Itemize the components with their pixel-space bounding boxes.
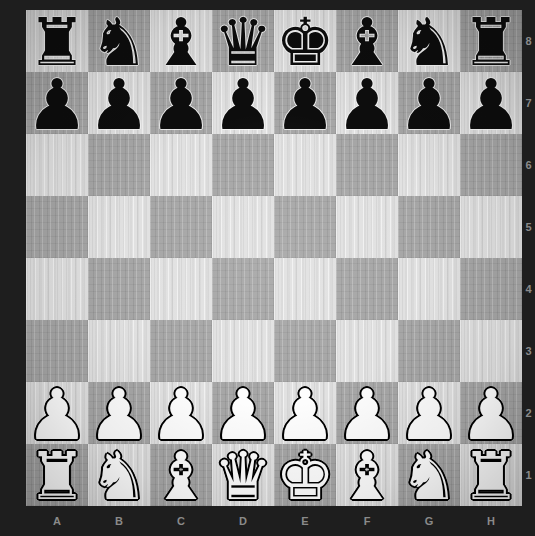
square-g5[interactable] xyxy=(398,196,460,258)
square-d1[interactable]: ♛ xyxy=(212,444,274,506)
white-bishop[interactable]: ♝ xyxy=(151,444,210,510)
square-e8[interactable]: ♚ xyxy=(274,10,336,72)
square-a3[interactable] xyxy=(26,320,88,382)
square-c5[interactable] xyxy=(150,196,212,258)
square-a8[interactable]: ♜ xyxy=(26,10,88,72)
square-d6[interactable] xyxy=(212,134,274,196)
square-f6[interactable] xyxy=(336,134,398,196)
square-f1[interactable]: ♝ xyxy=(336,444,398,506)
black-pawn[interactable]: ♟ xyxy=(398,70,461,140)
file-label-e: E xyxy=(274,506,336,536)
square-b7[interactable]: ♟ xyxy=(88,72,150,134)
file-label-b: B xyxy=(88,506,150,536)
rank-labels: 87654321 xyxy=(522,10,535,506)
square-b8[interactable]: ♞ xyxy=(88,10,150,72)
rank-label-8: 8 xyxy=(522,10,535,72)
rank-label-6: 6 xyxy=(522,134,535,196)
square-d2[interactable]: ♟ xyxy=(212,382,274,444)
square-h1[interactable]: ♜ xyxy=(460,444,522,506)
rank-label-7: 7 xyxy=(522,72,535,134)
black-pawn[interactable]: ♟ xyxy=(26,70,89,140)
square-d5[interactable] xyxy=(212,196,274,258)
square-h6[interactable] xyxy=(460,134,522,196)
square-h4[interactable] xyxy=(460,258,522,320)
chess-board: ♜♞♝♛♚♝♞♜♟♟♟♟♟♟♟♟♟♟♟♟♟♟♟♟♜♞♝♛♚♝♞♜ xyxy=(26,10,522,506)
square-f4[interactable] xyxy=(336,258,398,320)
rank-label-3: 3 xyxy=(522,320,535,382)
black-pawn[interactable]: ♟ xyxy=(88,70,151,140)
square-a1[interactable]: ♜ xyxy=(26,444,88,506)
chess-app: ♜♞♝♛♚♝♞♜♟♟♟♟♟♟♟♟♟♟♟♟♟♟♟♟♜♞♝♛♚♝♞♜ ABCDEFG… xyxy=(0,0,535,536)
file-label-d: D xyxy=(212,506,274,536)
square-e3[interactable] xyxy=(274,320,336,382)
square-g3[interactable] xyxy=(398,320,460,382)
square-h7[interactable]: ♟ xyxy=(460,72,522,134)
square-e1[interactable]: ♚ xyxy=(274,444,336,506)
square-f5[interactable] xyxy=(336,196,398,258)
square-g7[interactable]: ♟ xyxy=(398,72,460,134)
square-a7[interactable]: ♟ xyxy=(26,72,88,134)
white-queen[interactable]: ♛ xyxy=(213,444,272,510)
white-knight[interactable]: ♞ xyxy=(399,444,458,510)
square-g1[interactable]: ♞ xyxy=(398,444,460,506)
square-b4[interactable] xyxy=(88,258,150,320)
square-a6[interactable] xyxy=(26,134,88,196)
square-c2[interactable]: ♟ xyxy=(150,382,212,444)
square-f7[interactable]: ♟ xyxy=(336,72,398,134)
square-e4[interactable] xyxy=(274,258,336,320)
file-label-h: H xyxy=(460,506,522,536)
square-g8[interactable]: ♞ xyxy=(398,10,460,72)
black-pawn[interactable]: ♟ xyxy=(336,70,399,140)
square-c4[interactable] xyxy=(150,258,212,320)
white-rook[interactable]: ♜ xyxy=(461,444,520,510)
white-king[interactable]: ♚ xyxy=(275,444,334,510)
rank-label-5: 5 xyxy=(522,196,535,258)
rank-label-1: 1 xyxy=(522,444,535,506)
file-label-g: G xyxy=(398,506,460,536)
square-d7[interactable]: ♟ xyxy=(212,72,274,134)
square-c1[interactable]: ♝ xyxy=(150,444,212,506)
black-pawn[interactable]: ♟ xyxy=(150,70,213,140)
square-g4[interactable] xyxy=(398,258,460,320)
rank-label-2: 2 xyxy=(522,382,535,444)
square-b2[interactable]: ♟ xyxy=(88,382,150,444)
square-d8[interactable]: ♛ xyxy=(212,10,274,72)
square-g6[interactable] xyxy=(398,134,460,196)
square-a5[interactable] xyxy=(26,196,88,258)
white-rook[interactable]: ♜ xyxy=(27,444,86,510)
black-pawn[interactable]: ♟ xyxy=(460,70,523,140)
white-bishop[interactable]: ♝ xyxy=(337,444,396,510)
file-label-a: A xyxy=(26,506,88,536)
white-knight[interactable]: ♞ xyxy=(89,444,148,510)
square-h2[interactable]: ♟ xyxy=(460,382,522,444)
square-f8[interactable]: ♝ xyxy=(336,10,398,72)
black-pawn[interactable]: ♟ xyxy=(212,70,275,140)
square-b1[interactable]: ♞ xyxy=(88,444,150,506)
square-c3[interactable] xyxy=(150,320,212,382)
square-b3[interactable] xyxy=(88,320,150,382)
square-f2[interactable]: ♟ xyxy=(336,382,398,444)
square-a2[interactable]: ♟ xyxy=(26,382,88,444)
rank-label-4: 4 xyxy=(522,258,535,320)
square-c7[interactable]: ♟ xyxy=(150,72,212,134)
square-e5[interactable] xyxy=(274,196,336,258)
square-h8[interactable]: ♜ xyxy=(460,10,522,72)
file-label-c: C xyxy=(150,506,212,536)
square-d3[interactable] xyxy=(212,320,274,382)
square-e7[interactable]: ♟ xyxy=(274,72,336,134)
square-h5[interactable] xyxy=(460,196,522,258)
square-a4[interactable] xyxy=(26,258,88,320)
square-d4[interactable] xyxy=(212,258,274,320)
square-b6[interactable] xyxy=(88,134,150,196)
square-e2[interactable]: ♟ xyxy=(274,382,336,444)
black-pawn[interactable]: ♟ xyxy=(274,70,337,140)
square-f3[interactable] xyxy=(336,320,398,382)
square-g2[interactable]: ♟ xyxy=(398,382,460,444)
file-label-f: F xyxy=(336,506,398,536)
file-labels: ABCDEFGH xyxy=(26,506,522,536)
square-h3[interactable] xyxy=(460,320,522,382)
square-b5[interactable] xyxy=(88,196,150,258)
square-c6[interactable] xyxy=(150,134,212,196)
square-c8[interactable]: ♝ xyxy=(150,10,212,72)
square-e6[interactable] xyxy=(274,134,336,196)
